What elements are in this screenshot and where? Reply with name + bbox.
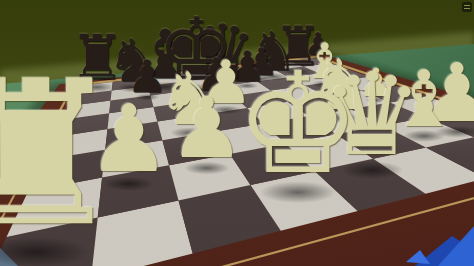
piece-white-king-d1[interactable]: ♚: [235, 54, 361, 194]
chess-game-scene: ♟♜♞♟♝♟♜♝♞♛♚♟♟♟♟♞♟♞♝♟♛♟♚♜: [0, 0, 474, 266]
menu-icon[interactable]: [462, 2, 472, 12]
piece-white-rook-a1[interactable]: ♜: [0, 54, 126, 254]
piece-white-pawn-d3[interactable]: ♟: [169, 86, 244, 170]
pieces-layer: ♟♜♞♟♝♟♜♝♞♛♚♟♟♟♟♞♟♞♝♟♛♟♚♜: [0, 0, 474, 266]
